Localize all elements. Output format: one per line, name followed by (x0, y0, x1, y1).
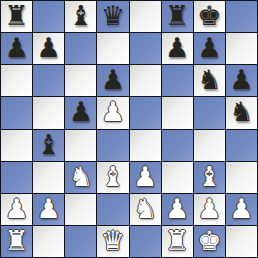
square-e6[interactable] (130, 65, 161, 96)
chess-board: ♜♝♛♜♚♟♟♟♟♟♞♟♟♟♞♝♞♝♟♝♟♟♞♟♟♟♜♛♜♚ (0, 0, 258, 258)
square-h1[interactable] (226, 226, 257, 257)
square-b6[interactable] (33, 65, 64, 96)
square-d6[interactable]: ♟ (97, 65, 128, 96)
square-f2[interactable]: ♟ (162, 194, 193, 225)
square-h5[interactable]: ♞ (226, 97, 257, 128)
square-e1[interactable] (130, 226, 161, 257)
white-pawn[interactable]: ♟ (4, 195, 28, 222)
square-b7[interactable]: ♟ (33, 33, 64, 64)
square-b5[interactable] (33, 97, 64, 128)
square-a8[interactable]: ♜ (1, 1, 32, 32)
white-queen[interactable]: ♛ (101, 227, 125, 254)
white-pawn[interactable]: ♟ (165, 195, 189, 222)
black-knight[interactable]: ♞ (197, 66, 221, 93)
square-c4[interactable] (65, 130, 96, 161)
square-a6[interactable] (1, 65, 32, 96)
white-rook[interactable]: ♜ (4, 227, 28, 254)
white-rook[interactable]: ♜ (165, 227, 189, 254)
square-f7[interactable]: ♟ (162, 33, 193, 64)
white-pawn[interactable]: ♟ (197, 195, 221, 222)
square-e3[interactable]: ♟ (130, 162, 161, 193)
square-e4[interactable] (130, 130, 161, 161)
square-a2[interactable]: ♟ (1, 194, 32, 225)
square-g5[interactable] (194, 97, 225, 128)
square-c2[interactable] (65, 194, 96, 225)
square-c7[interactable] (65, 33, 96, 64)
square-h3[interactable] (226, 162, 257, 193)
black-bishop[interactable]: ♝ (69, 2, 93, 29)
black-pawn[interactable]: ♟ (197, 34, 221, 61)
square-a5[interactable] (1, 97, 32, 128)
white-pawn[interactable]: ♟ (229, 195, 253, 222)
square-g6[interactable]: ♞ (194, 65, 225, 96)
black-queen[interactable]: ♛ (101, 2, 125, 29)
white-king[interactable]: ♚ (197, 227, 221, 254)
square-d1[interactable]: ♛ (97, 226, 128, 257)
white-knight[interactable]: ♞ (69, 163, 93, 190)
square-b1[interactable] (33, 226, 64, 257)
square-g2[interactable]: ♟ (194, 194, 225, 225)
square-h4[interactable] (226, 130, 257, 161)
square-e5[interactable] (130, 97, 161, 128)
black-pawn[interactable]: ♟ (69, 98, 93, 125)
square-e2[interactable]: ♞ (130, 194, 161, 225)
white-pawn[interactable]: ♟ (37, 195, 61, 222)
square-d7[interactable] (97, 33, 128, 64)
square-a3[interactable] (1, 162, 32, 193)
black-pawn[interactable]: ♟ (165, 34, 189, 61)
white-knight[interactable]: ♞ (133, 195, 157, 222)
square-f3[interactable] (162, 162, 193, 193)
black-bishop[interactable]: ♝ (37, 131, 61, 158)
square-h7[interactable] (226, 33, 257, 64)
square-b8[interactable] (33, 1, 64, 32)
square-c3[interactable]: ♞ (65, 162, 96, 193)
white-bishop[interactable]: ♝ (197, 163, 221, 190)
square-g1[interactable]: ♚ (194, 226, 225, 257)
square-c5[interactable]: ♟ (65, 97, 96, 128)
white-pawn[interactable]: ♟ (133, 163, 157, 190)
black-knight[interactable]: ♞ (229, 98, 253, 125)
black-pawn[interactable]: ♟ (229, 66, 253, 93)
black-rook[interactable]: ♜ (4, 2, 28, 29)
square-f1[interactable]: ♜ (162, 226, 193, 257)
square-a7[interactable]: ♟ (1, 33, 32, 64)
black-pawn[interactable]: ♟ (37, 34, 61, 61)
white-bishop[interactable]: ♝ (101, 163, 125, 190)
square-g7[interactable]: ♟ (194, 33, 225, 64)
black-pawn[interactable]: ♟ (4, 34, 28, 61)
square-h6[interactable]: ♟ (226, 65, 257, 96)
square-f6[interactable] (162, 65, 193, 96)
square-d3[interactable]: ♝ (97, 162, 128, 193)
square-a1[interactable]: ♜ (1, 226, 32, 257)
square-e8[interactable] (130, 1, 161, 32)
square-h2[interactable]: ♟ (226, 194, 257, 225)
square-g8[interactable]: ♚ (194, 1, 225, 32)
square-c8[interactable]: ♝ (65, 1, 96, 32)
square-b2[interactable]: ♟ (33, 194, 64, 225)
black-king[interactable]: ♚ (197, 2, 221, 29)
square-c1[interactable] (65, 226, 96, 257)
square-c6[interactable] (65, 65, 96, 96)
square-f4[interactable] (162, 130, 193, 161)
square-g3[interactable]: ♝ (194, 162, 225, 193)
square-b4[interactable]: ♝ (33, 130, 64, 161)
square-b3[interactable] (33, 162, 64, 193)
square-d8[interactable]: ♛ (97, 1, 128, 32)
square-a4[interactable] (1, 130, 32, 161)
square-e7[interactable] (130, 33, 161, 64)
square-f5[interactable] (162, 97, 193, 128)
black-pawn[interactable]: ♟ (101, 66, 125, 93)
white-pawn[interactable]: ♟ (101, 98, 125, 125)
square-d2[interactable] (97, 194, 128, 225)
square-f8[interactable]: ♜ (162, 1, 193, 32)
square-g4[interactable] (194, 130, 225, 161)
square-h8[interactable] (226, 1, 257, 32)
square-d5[interactable]: ♟ (97, 97, 128, 128)
square-d4[interactable] (97, 130, 128, 161)
black-rook[interactable]: ♜ (165, 2, 189, 29)
